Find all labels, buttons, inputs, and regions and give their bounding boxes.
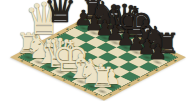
coord-label: 1: [108, 94, 113, 96]
coord-label: 4: [136, 79, 141, 81]
extra-black-queen: ♛: [43, 0, 76, 28]
piece-white-rook: ♜: [89, 65, 114, 93]
chess-set-photo: ♜♞♝♛♚♝♞♜♟♟♟♟♟♟♟♟♟♟♟♟♟♟♟♟♜♞♝♛♚♝♞♜ aa11bb2…: [0, 0, 190, 101]
coord-label: h: [94, 94, 99, 96]
coord-label: 8: [173, 60, 178, 62]
coord-label: 7: [163, 64, 168, 66]
coord-label: g: [83, 89, 88, 91]
coord-label: 3: [127, 84, 132, 86]
coord-label: 5: [145, 74, 150, 76]
coord-label: 6: [154, 69, 159, 71]
coord-label: 2: [117, 89, 122, 91]
piece-black-pawn: ♟: [148, 42, 167, 63]
